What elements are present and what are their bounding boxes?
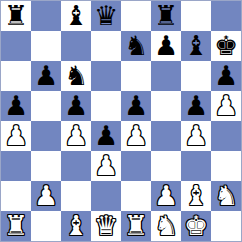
square-b6[interactable]: ♟ [31, 61, 61, 91]
square-e8[interactable] [121, 1, 151, 31]
white-king: ♚ [184, 212, 208, 239]
square-e3[interactable] [121, 151, 151, 181]
square-b1[interactable] [31, 211, 61, 241]
black-pawn: ♟ [64, 92, 88, 119]
square-h4[interactable] [211, 121, 241, 151]
square-d6[interactable] [91, 61, 121, 91]
black-rook: ♜ [154, 2, 178, 29]
white-queen: ♛ [94, 212, 118, 239]
square-a4[interactable]: ♟ [1, 121, 31, 151]
square-h6[interactable]: ♟ [211, 61, 241, 91]
square-g2[interactable]: ♝ [181, 181, 211, 211]
square-a5[interactable]: ♟ [1, 91, 31, 121]
square-e6[interactable] [121, 61, 151, 91]
square-d8[interactable]: ♛ [91, 1, 121, 31]
square-d7[interactable] [91, 31, 121, 61]
square-b2[interactable]: ♟ [31, 181, 61, 211]
square-c5[interactable]: ♟ [61, 91, 91, 121]
square-d5[interactable] [91, 91, 121, 121]
chess-board: ♜♝♛♜♞♟♝♚♟♞♟♟♟♟♟♟♟♟♟♟♟♟♟♟♝♞♜♝♛♜♞♚ [0, 0, 242, 242]
black-pawn: ♟ [154, 32, 178, 59]
square-c2[interactable] [61, 181, 91, 211]
square-g6[interactable] [181, 61, 211, 91]
white-pawn: ♟ [4, 122, 28, 149]
square-g8[interactable] [181, 1, 211, 31]
square-e7[interactable]: ♞ [121, 31, 151, 61]
black-king: ♚ [214, 32, 238, 59]
square-h3[interactable] [211, 151, 241, 181]
white-pawn: ♟ [154, 182, 178, 209]
square-d1[interactable]: ♛ [91, 211, 121, 241]
square-b8[interactable] [31, 1, 61, 31]
white-pawn: ♟ [34, 182, 58, 209]
square-f1[interactable]: ♞ [151, 211, 181, 241]
black-pawn: ♟ [184, 92, 208, 119]
square-e5[interactable]: ♟ [121, 91, 151, 121]
white-pawn: ♟ [184, 122, 208, 149]
black-pawn: ♟ [214, 62, 238, 89]
square-d2[interactable] [91, 181, 121, 211]
black-bishop: ♝ [64, 2, 88, 29]
white-rook: ♜ [124, 212, 148, 239]
square-f8[interactable]: ♜ [151, 1, 181, 31]
white-pawn: ♟ [214, 92, 238, 119]
square-c4[interactable]: ♟ [61, 121, 91, 151]
square-f4[interactable] [151, 121, 181, 151]
square-f7[interactable]: ♟ [151, 31, 181, 61]
black-knight: ♞ [64, 62, 88, 89]
black-pawn: ♟ [34, 62, 58, 89]
square-b7[interactable] [31, 31, 61, 61]
square-a6[interactable] [1, 61, 31, 91]
square-c8[interactable]: ♝ [61, 1, 91, 31]
square-h7[interactable]: ♚ [211, 31, 241, 61]
square-g3[interactable] [181, 151, 211, 181]
white-knight: ♞ [154, 212, 178, 239]
square-d3[interactable]: ♟ [91, 151, 121, 181]
white-bishop: ♝ [64, 212, 88, 239]
black-rook: ♜ [4, 2, 28, 29]
square-b3[interactable] [31, 151, 61, 181]
square-a1[interactable]: ♜ [1, 211, 31, 241]
square-c6[interactable]: ♞ [61, 61, 91, 91]
square-b5[interactable] [31, 91, 61, 121]
square-f3[interactable] [151, 151, 181, 181]
white-rook: ♜ [4, 212, 28, 239]
white-knight: ♞ [214, 182, 238, 209]
square-e2[interactable] [121, 181, 151, 211]
square-g4[interactable]: ♟ [181, 121, 211, 151]
square-a2[interactable] [1, 181, 31, 211]
white-pawn: ♟ [94, 152, 118, 179]
black-knight: ♞ [124, 32, 148, 59]
square-g1[interactable]: ♚ [181, 211, 211, 241]
square-a7[interactable] [1, 31, 31, 61]
square-b4[interactable] [31, 121, 61, 151]
black-queen: ♛ [94, 2, 118, 29]
black-pawn: ♟ [124, 92, 148, 119]
white-bishop: ♝ [184, 182, 208, 209]
square-h5[interactable]: ♟ [211, 91, 241, 121]
square-f6[interactable] [151, 61, 181, 91]
square-a8[interactable]: ♜ [1, 1, 31, 31]
square-c1[interactable]: ♝ [61, 211, 91, 241]
square-g7[interactable]: ♝ [181, 31, 211, 61]
square-f5[interactable] [151, 91, 181, 121]
white-pawn: ♟ [64, 122, 88, 149]
square-e1[interactable]: ♜ [121, 211, 151, 241]
square-h2[interactable]: ♞ [211, 181, 241, 211]
black-bishop: ♝ [184, 32, 208, 59]
black-pawn: ♟ [4, 92, 28, 119]
black-pawn: ♟ [94, 122, 118, 149]
square-h1[interactable] [211, 211, 241, 241]
square-e4[interactable]: ♟ [121, 121, 151, 151]
square-c3[interactable] [61, 151, 91, 181]
square-g5[interactable]: ♟ [181, 91, 211, 121]
square-c7[interactable] [61, 31, 91, 61]
square-f2[interactable]: ♟ [151, 181, 181, 211]
white-pawn: ♟ [124, 122, 148, 149]
square-a3[interactable] [1, 151, 31, 181]
square-d4[interactable]: ♟ [91, 121, 121, 151]
square-h8[interactable] [211, 1, 241, 31]
